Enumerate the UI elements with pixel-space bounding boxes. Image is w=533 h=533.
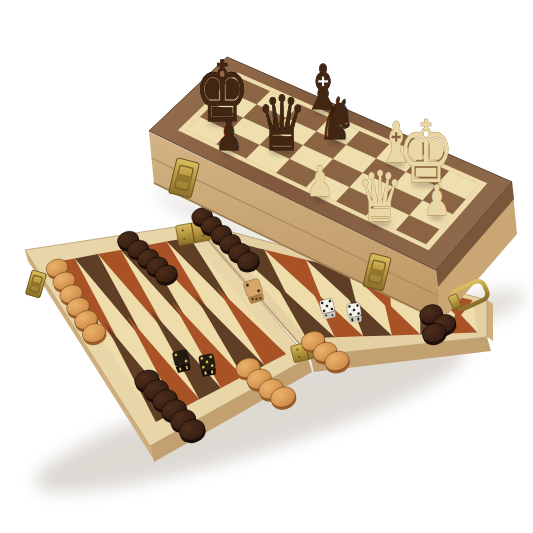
chess-piece-white-queen[interactable]: ♛	[357, 156, 403, 238]
chess-piece-white-pawn-2[interactable]: ♟	[423, 176, 451, 225]
chess-piece-black-knight[interactable]: ♞	[318, 86, 356, 153]
piece-glyph: ♛	[257, 80, 307, 169]
chess-piece-black-queen[interactable]: ♛	[257, 80, 307, 169]
game-set-photo: ♚♟♛♝♞♟♝♚♛♟	[0, 0, 533, 533]
piece-glyph: ♟	[215, 111, 243, 160]
chess-piece-white-pawn-1[interactable]: ♟	[306, 157, 334, 206]
piece-glyph: ♟	[423, 176, 451, 225]
right-half-end-wall	[487, 300, 493, 341]
piece-glyph: ♛	[357, 156, 403, 238]
piece-glyph: ♞	[318, 86, 356, 153]
chess-piece-black-pawn-1[interactable]: ♟	[215, 111, 243, 160]
product-photo-scene: ♚♟♛♝♞♟♝♚♛♟	[0, 0, 533, 533]
backgammon-clasp-left[interactable]	[25, 270, 46, 298]
die-top-face	[172, 349, 190, 367]
piece-glyph: ♟	[306, 157, 334, 206]
